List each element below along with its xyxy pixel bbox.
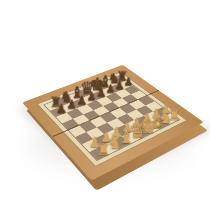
board-frame: ♜♞♝♛♚♝♞♜♟♟♟♟♟♟♟♟♟♟♟♟♟♟♟♟♜♞♝♛♚♝♞♜ [22,65,204,181]
white-pawn: ♟ [160,103,172,115]
product-photo: ♜♞♝♛♚♝♞♜♟♟♟♟♟♟♟♟♟♟♟♟♟♟♟♟♜♞♝♛♚♝♞♜ [0,0,210,210]
chessboard: ♜♞♝♛♚♝♞♜♟♟♟♟♟♟♟♟♟♟♟♟♟♟♟♟♜♞♝♛♚♝♞♜ [22,65,204,181]
scene: ♜♞♝♛♚♝♞♜♟♟♟♟♟♟♟♟♟♟♟♟♟♟♟♟♜♞♝♛♚♝♞♜ [0,0,210,210]
brass-latch [156,122,161,127]
black-pawn: ♟ [123,76,134,87]
white-rook: ♜ [168,107,180,121]
